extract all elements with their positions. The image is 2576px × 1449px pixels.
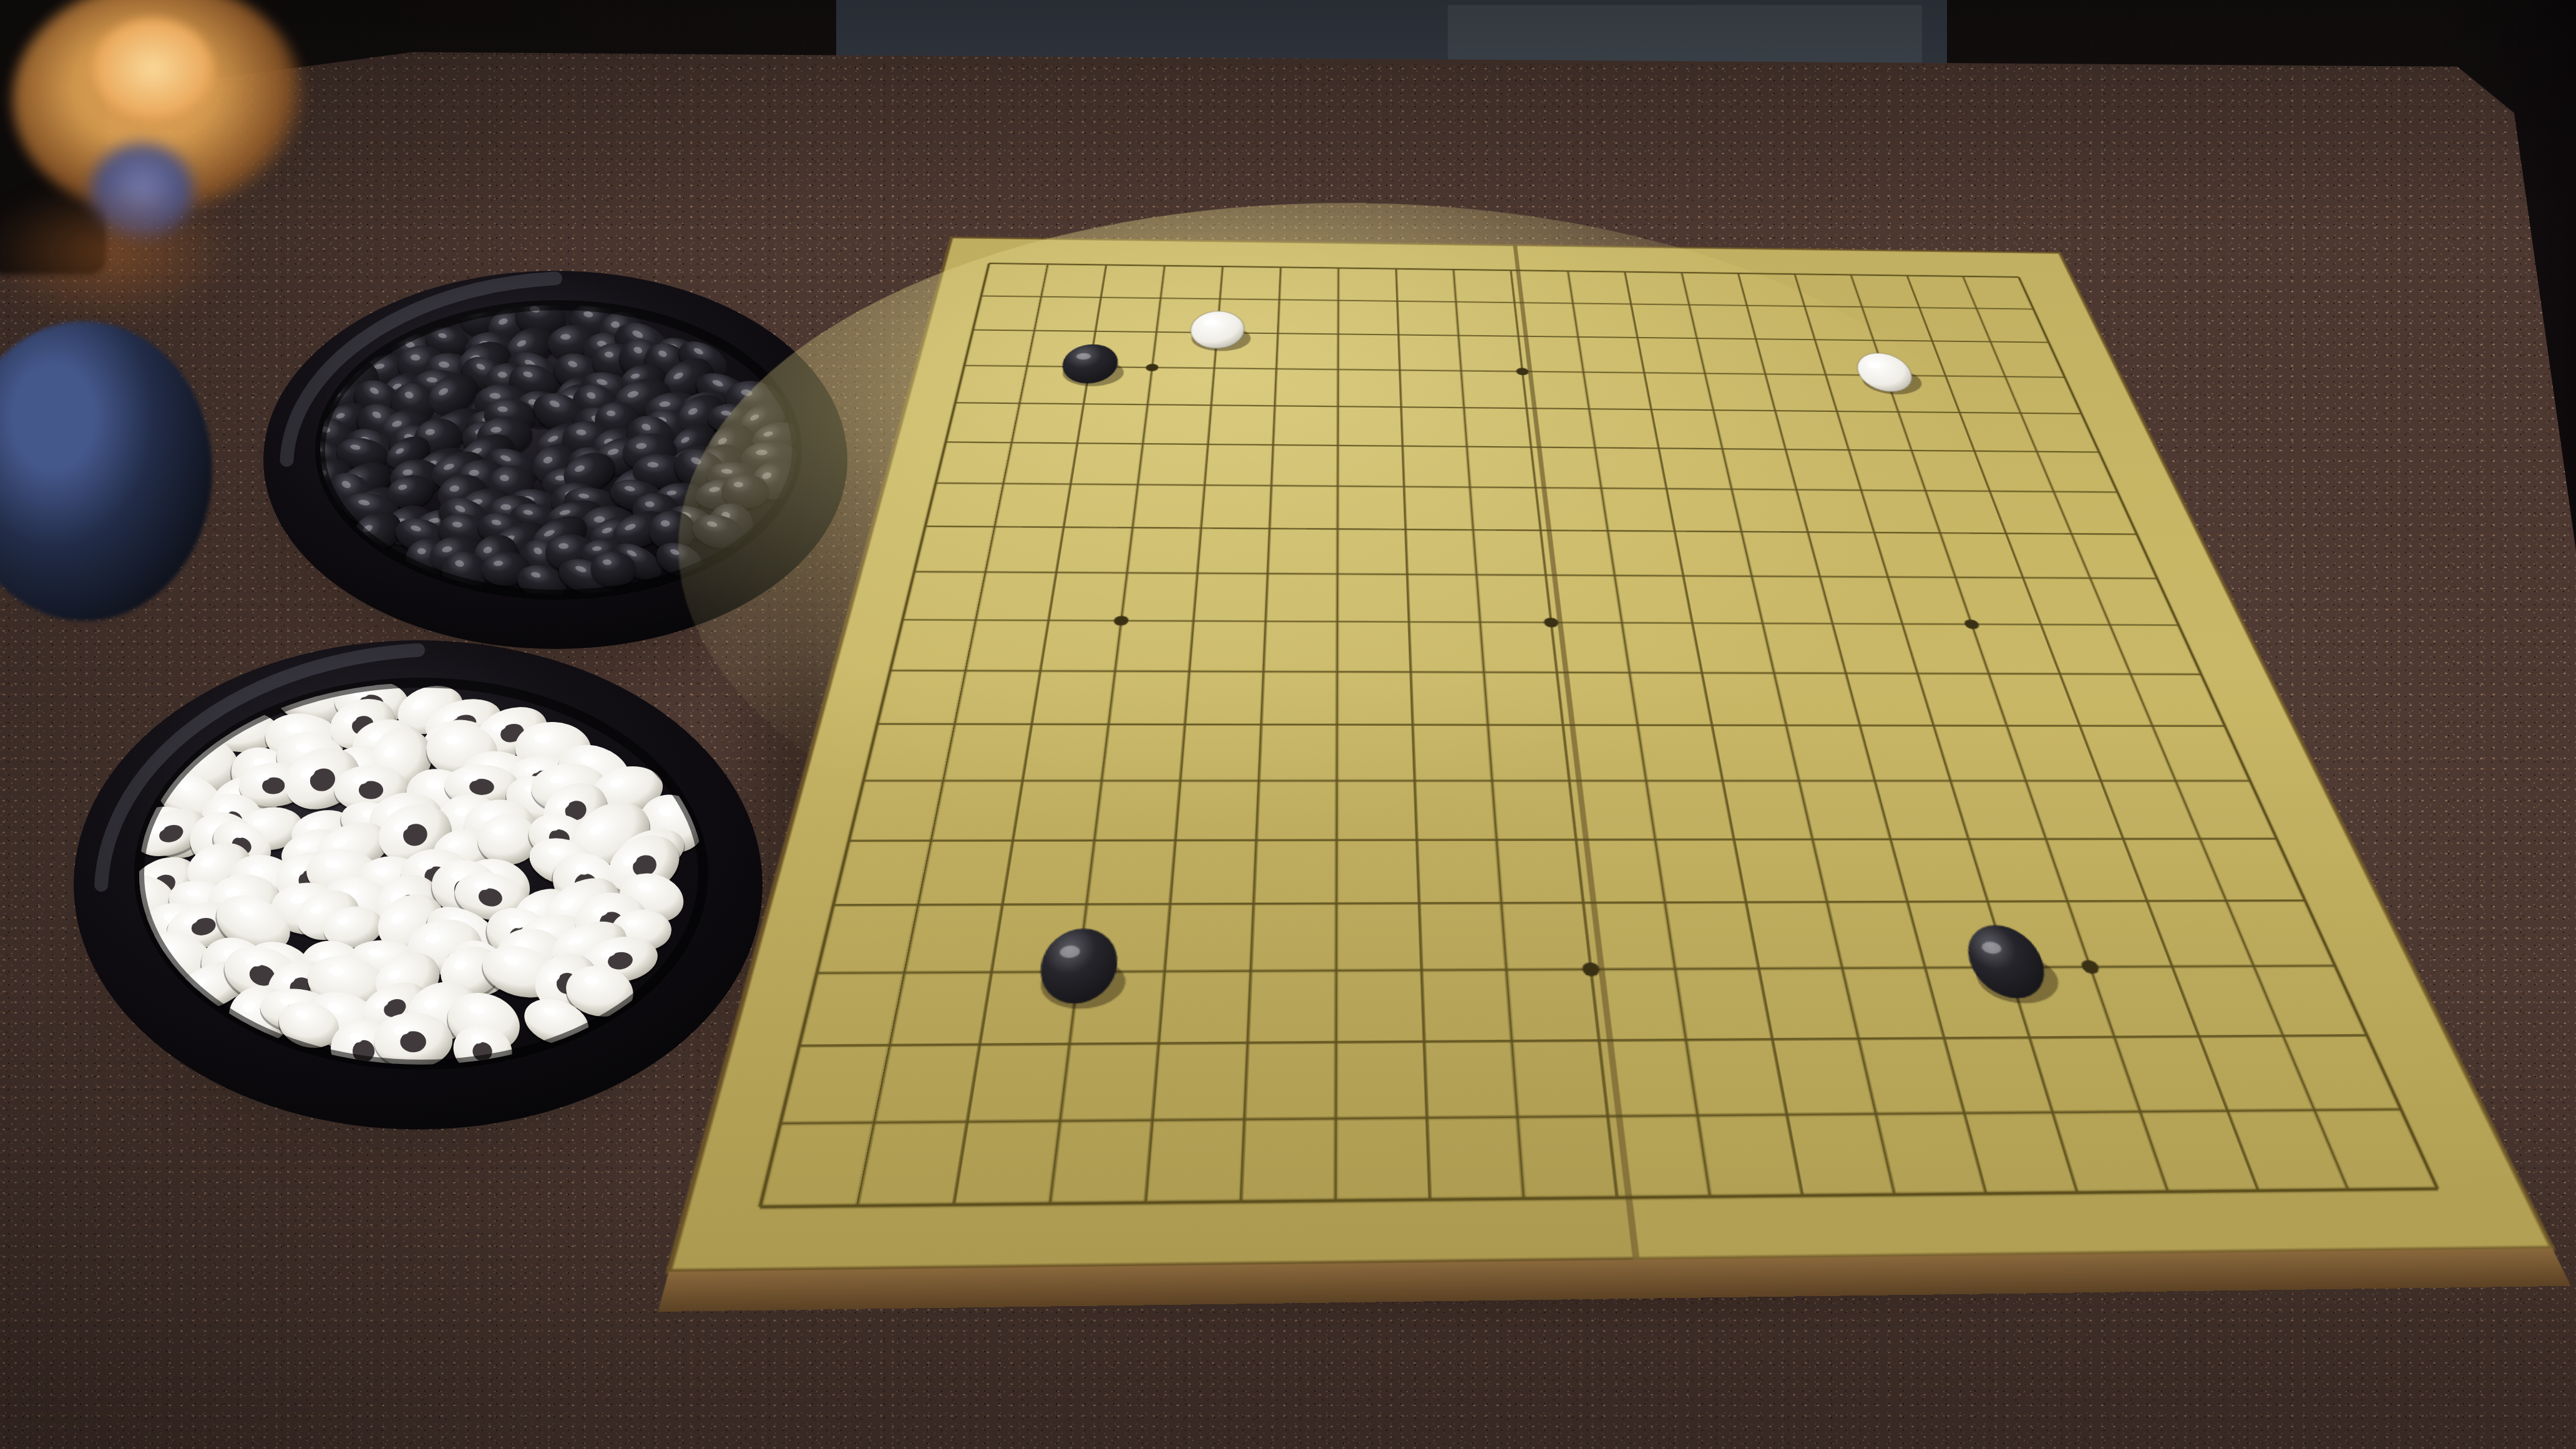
candle-jar-core — [94, 19, 212, 119]
white-stone-bowl — [69, 630, 774, 1136]
white-stone-pile — [69, 630, 774, 1136]
photo-stage — [0, 0, 2576, 1449]
